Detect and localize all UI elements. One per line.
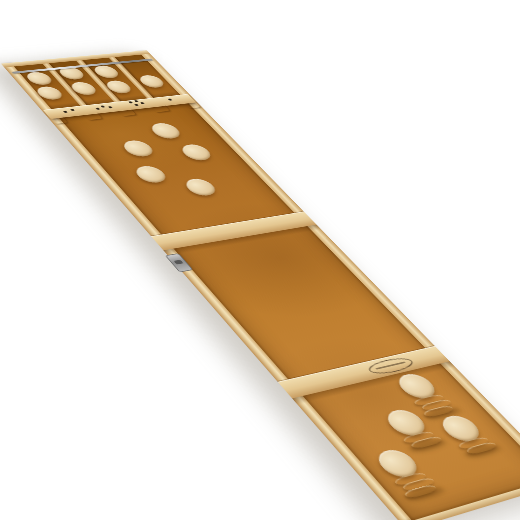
sjoelbak-board [1, 50, 520, 520]
score-pip [128, 101, 133, 104]
score-pip [63, 110, 69, 113]
score-pip [134, 100, 139, 103]
score-pip [108, 106, 114, 109]
score-pip [167, 98, 172, 101]
scene [0, 0, 520, 520]
play-surface [14, 55, 520, 520]
board-plane [1, 50, 520, 520]
score-pip [70, 109, 76, 112]
score-pip [140, 102, 145, 105]
score-pip [100, 105, 106, 108]
score-pip [95, 107, 101, 110]
score-pip [134, 104, 139, 107]
